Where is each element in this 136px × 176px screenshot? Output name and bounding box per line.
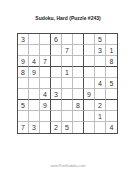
cell-r4c9	[106, 67, 117, 78]
cell-r1c9	[106, 34, 117, 45]
cell-r1c3	[40, 34, 51, 45]
cell-r1c4: 6	[51, 34, 62, 45]
cell-r9c9: 4	[106, 122, 117, 133]
cell-r4c7	[84, 67, 95, 78]
cell-r7c7	[84, 100, 95, 111]
cell-r2c1	[18, 45, 29, 56]
cell-r1c5	[62, 34, 73, 45]
cell-r7c5	[62, 100, 73, 111]
cell-r6c4: 3	[51, 89, 62, 100]
cell-r2c8: 3	[95, 45, 106, 56]
cell-r7c9	[106, 100, 117, 111]
footer-url: www.PrintSudoku.com	[0, 164, 136, 168]
cell-r9c6	[73, 122, 84, 133]
cell-r6c3: 4	[40, 89, 51, 100]
sudoku-board: 3657319478891454395982173254	[17, 33, 118, 134]
cell-r4c5: 1	[62, 67, 73, 78]
cell-r5c8: 4	[95, 78, 106, 89]
cell-r4c1: 8	[18, 67, 29, 78]
cell-r3c7	[84, 56, 95, 67]
cell-r8c5	[62, 111, 73, 122]
cell-r4c8	[95, 67, 106, 78]
cell-r6c9	[106, 89, 117, 100]
cell-r6c7: 9	[84, 89, 95, 100]
cell-r2c3	[40, 45, 51, 56]
cell-r7c6: 8	[73, 100, 84, 111]
cell-r8c2	[29, 111, 40, 122]
cell-r3c3: 7	[40, 56, 51, 67]
cell-r7c8: 2	[95, 100, 106, 111]
cell-r5c6	[73, 78, 84, 89]
cell-r2c2	[29, 45, 40, 56]
cell-r3c1: 9	[18, 56, 29, 67]
cell-r9c2: 3	[29, 122, 40, 133]
cell-r4c6	[73, 67, 84, 78]
cell-r3c9: 8	[106, 56, 117, 67]
cell-r5c9: 5	[106, 78, 117, 89]
cell-r9c5: 5	[62, 122, 73, 133]
cell-r8c1	[18, 111, 29, 122]
cell-r7c3: 9	[40, 100, 51, 111]
cell-r1c7	[84, 34, 95, 45]
cell-r1c2	[29, 34, 40, 45]
cell-r5c2	[29, 78, 40, 89]
cell-r3c5	[62, 56, 73, 67]
cell-r3c4	[51, 56, 62, 67]
cell-r1c8: 5	[95, 34, 106, 45]
cell-r1c6	[73, 34, 84, 45]
cell-r9c7	[84, 122, 95, 133]
cell-r1c1: 3	[18, 34, 29, 45]
cell-r9c8	[95, 122, 106, 133]
cell-r8c8: 1	[95, 111, 106, 122]
cell-r6c8	[95, 89, 106, 100]
cell-r7c4	[51, 100, 62, 111]
cell-r5c7	[84, 78, 95, 89]
cell-r3c2: 4	[29, 56, 40, 67]
cell-r7c1: 5	[18, 100, 29, 111]
cell-r2c4	[51, 45, 62, 56]
cell-r6c6	[73, 89, 84, 100]
cell-r4c3	[40, 67, 51, 78]
cell-r6c2	[29, 89, 40, 100]
sudoku-page: Sudoku, Hard (Puzzle #243) 3657319478891…	[0, 0, 136, 176]
cell-r5c3	[40, 78, 51, 89]
cell-r2c5: 7	[62, 45, 73, 56]
cell-r4c4	[51, 67, 62, 78]
cell-r9c4: 2	[51, 122, 62, 133]
cell-r9c3	[40, 122, 51, 133]
cell-r8c7	[84, 111, 95, 122]
cell-r5c4	[51, 78, 62, 89]
cell-r2c9: 1	[106, 45, 117, 56]
cell-r8c9	[106, 111, 117, 122]
cell-r6c5	[62, 89, 73, 100]
cell-r8c6	[73, 111, 84, 122]
cell-r7c2	[29, 100, 40, 111]
cell-r9c1: 7	[18, 122, 29, 133]
cell-r5c5	[62, 78, 73, 89]
cell-r5c1	[18, 78, 29, 89]
cell-r8c3	[40, 111, 51, 122]
cell-r2c6	[73, 45, 84, 56]
cell-r3c8	[95, 56, 106, 67]
cell-r3c6	[73, 56, 84, 67]
cell-r6c1	[18, 89, 29, 100]
cell-r8c4	[51, 111, 62, 122]
cell-r2c7	[84, 45, 95, 56]
cell-r4c2: 9	[29, 67, 40, 78]
page-title: Sudoku, Hard (Puzzle #243)	[0, 15, 136, 21]
